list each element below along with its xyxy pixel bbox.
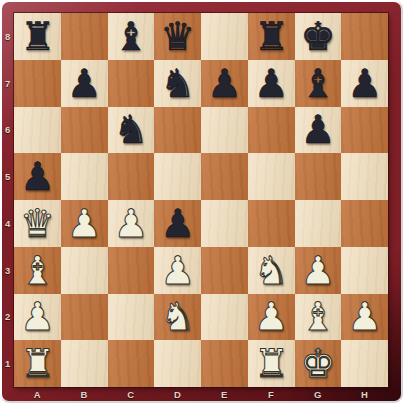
square-e6[interactable] [201, 107, 248, 154]
rank-label-3: 3 [2, 247, 14, 294]
square-h7[interactable]: ♟ [341, 60, 388, 107]
white-pawn-a2[interactable]: ♟ [14, 294, 61, 341]
square-a5[interactable]: ♟ [14, 153, 61, 200]
file-label-g: G [295, 387, 342, 401]
black-pawn-f7[interactable]: ♟ [248, 60, 295, 107]
square-d6[interactable] [154, 107, 201, 154]
square-g7[interactable]: ♝ [295, 60, 342, 107]
square-g2[interactable]: ♝ [295, 294, 342, 341]
square-g4[interactable] [295, 200, 342, 247]
square-e8[interactable] [201, 13, 248, 60]
square-g6[interactable]: ♟ [295, 107, 342, 154]
rank-label-8: 8 [2, 13, 14, 60]
board-frame: 87654321 ♜♝♛♜♚♟♞♟♟♝♟♞♟♟♛♟♟♟♝♟♞♟♟♞♟♝♟♜♜♚ … [0, 0, 403, 403]
square-e3[interactable] [201, 247, 248, 294]
white-pawn-b4[interactable]: ♟ [61, 200, 108, 247]
square-d4[interactable]: ♟ [154, 200, 201, 247]
square-c5[interactable] [108, 153, 155, 200]
black-queen-d8[interactable]: ♛ [154, 13, 201, 60]
black-king-g8[interactable]: ♚ [295, 13, 342, 60]
file-label-e: E [201, 387, 248, 401]
rank-label-2: 2 [2, 294, 14, 341]
square-b6[interactable] [61, 107, 108, 154]
square-h1[interactable] [341, 340, 388, 387]
white-pawn-c4[interactable]: ♟ [108, 200, 155, 247]
square-g1[interactable]: ♚ [295, 340, 342, 387]
square-a8[interactable]: ♜ [14, 13, 61, 60]
square-c4[interactable]: ♟ [108, 200, 155, 247]
file-label-a: A [14, 387, 61, 401]
square-a7[interactable] [14, 60, 61, 107]
square-a3[interactable]: ♝ [14, 247, 61, 294]
square-f4[interactable] [248, 200, 295, 247]
white-pawn-f2[interactable]: ♟ [248, 294, 295, 341]
square-e4[interactable] [201, 200, 248, 247]
white-rook-f1[interactable]: ♜ [248, 340, 295, 387]
white-rook-a1[interactable]: ♜ [14, 340, 61, 387]
black-pawn-e7[interactable]: ♟ [201, 60, 248, 107]
square-b1[interactable] [61, 340, 108, 387]
square-b8[interactable] [61, 13, 108, 60]
square-e1[interactable] [201, 340, 248, 387]
file-label-c: C [108, 387, 155, 401]
square-h3[interactable] [341, 247, 388, 294]
square-d2[interactable]: ♞ [154, 294, 201, 341]
black-bishop-c8[interactable]: ♝ [108, 13, 155, 60]
file-label-b: B [61, 387, 108, 401]
file-label-f: F [248, 387, 295, 401]
square-f8[interactable]: ♜ [248, 13, 295, 60]
square-c6[interactable]: ♞ [108, 107, 155, 154]
rank-label-6: 6 [2, 107, 14, 154]
square-b7[interactable]: ♟ [61, 60, 108, 107]
square-c7[interactable] [108, 60, 155, 107]
black-pawn-h7[interactable]: ♟ [341, 60, 388, 107]
file-label-h: H [341, 387, 388, 401]
black-pawn-d4[interactable]: ♟ [154, 200, 201, 247]
square-f2[interactable]: ♟ [248, 294, 295, 341]
square-c2[interactable] [108, 294, 155, 341]
square-d8[interactable]: ♛ [154, 13, 201, 60]
black-knight-d7[interactable]: ♞ [154, 60, 201, 107]
square-d5[interactable] [154, 153, 201, 200]
square-b4[interactable]: ♟ [61, 200, 108, 247]
square-e7[interactable]: ♟ [201, 60, 248, 107]
black-knight-c6[interactable]: ♞ [108, 107, 155, 154]
black-bishop-g7[interactable]: ♝ [295, 60, 342, 107]
square-g3[interactable]: ♟ [295, 247, 342, 294]
white-knight-d2[interactable]: ♞ [154, 294, 201, 341]
square-c8[interactable]: ♝ [108, 13, 155, 60]
rank-label-4: 4 [2, 200, 14, 247]
file-label-d: D [154, 387, 201, 401]
white-queen-a4[interactable]: ♛ [14, 200, 61, 247]
square-f3[interactable]: ♞ [248, 247, 295, 294]
square-e5[interactable] [201, 153, 248, 200]
square-a6[interactable] [14, 107, 61, 154]
wood-border: 87654321 ♜♝♛♜♚♟♞♟♟♝♟♞♟♟♛♟♟♟♝♟♞♟♟♞♟♝♟♜♜♚ … [2, 2, 401, 401]
square-h6[interactable] [341, 107, 388, 154]
black-pawn-g6[interactable]: ♟ [295, 107, 342, 154]
white-bishop-g2[interactable]: ♝ [295, 294, 342, 341]
rank-label-7: 7 [2, 60, 14, 107]
square-a1[interactable]: ♜ [14, 340, 61, 387]
square-c1[interactable] [108, 340, 155, 387]
square-f6[interactable] [248, 107, 295, 154]
white-king-g1[interactable]: ♚ [295, 340, 342, 387]
square-h2[interactable]: ♟ [341, 294, 388, 341]
white-bishop-a3[interactable]: ♝ [14, 247, 61, 294]
rank-labels: 87654321 [2, 13, 14, 387]
square-d7[interactable]: ♞ [154, 60, 201, 107]
square-d1[interactable] [154, 340, 201, 387]
white-pawn-h2[interactable]: ♟ [341, 294, 388, 341]
black-pawn-a5[interactable]: ♟ [14, 153, 61, 200]
square-a4[interactable]: ♛ [14, 200, 61, 247]
square-g8[interactable]: ♚ [295, 13, 342, 60]
square-b5[interactable] [61, 153, 108, 200]
square-b3[interactable] [61, 247, 108, 294]
board-grid: ♜♝♛♜♚♟♞♟♟♝♟♞♟♟♛♟♟♟♝♟♞♟♟♞♟♝♟♜♜♚ [14, 13, 388, 387]
square-d3[interactable]: ♟ [154, 247, 201, 294]
black-rook-a8[interactable]: ♜ [14, 13, 61, 60]
white-pawn-g3[interactable]: ♟ [295, 247, 342, 294]
rank-label-1: 1 [2, 340, 14, 387]
square-f5[interactable] [248, 153, 295, 200]
square-g5[interactable] [295, 153, 342, 200]
black-pawn-b7[interactable]: ♟ [61, 60, 108, 107]
file-labels: ABCDEFGH [14, 387, 388, 401]
square-f7[interactable]: ♟ [248, 60, 295, 107]
black-rook-f8[interactable]: ♜ [248, 13, 295, 60]
square-h5[interactable] [341, 153, 388, 200]
square-c3[interactable] [108, 247, 155, 294]
rank-label-5: 5 [2, 153, 14, 200]
square-a2[interactable]: ♟ [14, 294, 61, 341]
square-h4[interactable] [341, 200, 388, 247]
square-h8[interactable] [341, 13, 388, 60]
white-pawn-d3[interactable]: ♟ [154, 247, 201, 294]
square-b2[interactable] [61, 294, 108, 341]
white-knight-f3[interactable]: ♞ [248, 247, 295, 294]
square-f1[interactable]: ♜ [248, 340, 295, 387]
square-e2[interactable] [201, 294, 248, 341]
